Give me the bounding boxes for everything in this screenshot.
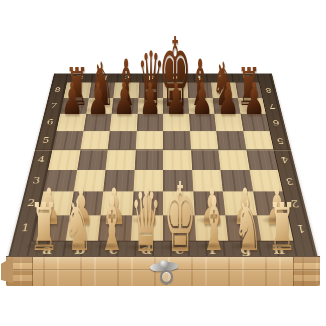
file-label-c: c [115, 74, 139, 83]
square-c2[interactable] [101, 191, 133, 215]
rank-label-5: 5 [270, 131, 291, 150]
square-g7[interactable] [213, 98, 240, 114]
square-a2[interactable] [38, 191, 73, 215]
square-f4[interactable] [191, 150, 221, 170]
square-g2[interactable] [223, 191, 257, 215]
square-d3[interactable] [133, 170, 163, 192]
square-f7[interactable] [188, 98, 215, 114]
rank-label-2: 2 [283, 191, 308, 215]
latch-knob [160, 260, 168, 268]
finger-joint-right [293, 257, 320, 286]
board-squares [33, 82, 294, 240]
square-f8[interactable] [187, 82, 213, 97]
file-label-d: d [139, 74, 163, 83]
square-d4[interactable] [134, 150, 163, 170]
square-d7[interactable] [137, 98, 163, 114]
square-h5[interactable] [243, 131, 274, 150]
fold-seam [35, 149, 291, 151]
square-g5[interactable] [216, 131, 246, 150]
board-scene: 87654321 87654321 abcdefgh abcdefgh [8, 0, 318, 258]
square-b1[interactable] [65, 215, 100, 241]
file-label-b: b [91, 74, 116, 83]
file-labels-top: abcdefgh [67, 74, 259, 83]
file-label-e: e [163, 74, 187, 83]
square-f2[interactable] [193, 191, 225, 215]
square-a4[interactable] [48, 150, 80, 170]
square-c7[interactable] [112, 98, 139, 114]
square-h6[interactable] [240, 114, 269, 131]
square-g8[interactable] [211, 82, 237, 97]
square-e8[interactable] [163, 82, 188, 97]
square-b8[interactable] [89, 82, 115, 97]
box-side-left [1, 257, 13, 283]
square-e5[interactable] [163, 131, 191, 150]
latch-ring [160, 270, 173, 284]
square-d2[interactable] [132, 191, 163, 215]
square-a1[interactable] [33, 215, 70, 241]
square-a6[interactable] [56, 114, 85, 131]
rank-label-8: 8 [259, 82, 278, 97]
square-f5[interactable] [190, 131, 219, 150]
square-c5[interactable] [108, 131, 137, 150]
square-b3[interactable] [73, 170, 105, 192]
square-f1[interactable] [194, 215, 228, 241]
square-e6[interactable] [163, 114, 190, 131]
square-d8[interactable] [138, 82, 163, 97]
square-b7[interactable] [86, 98, 113, 114]
square-f6[interactable] [189, 114, 217, 131]
square-c1[interactable] [98, 215, 132, 241]
chess-board: 87654321 87654321 abcdefgh abcdefgh [8, 74, 318, 258]
square-g3[interactable] [220, 170, 252, 192]
file-label-h: h [234, 74, 259, 83]
square-a8[interactable] [64, 82, 91, 97]
square-h7[interactable] [237, 98, 265, 114]
square-a3[interactable] [43, 170, 76, 192]
rank-label-1: 1 [288, 215, 314, 241]
square-d5[interactable] [135, 131, 163, 150]
rank-label-7: 7 [262, 98, 282, 114]
square-f3[interactable] [192, 170, 223, 192]
square-g6[interactable] [214, 114, 243, 131]
rank-label-6: 6 [266, 114, 286, 131]
square-g4[interactable] [218, 150, 249, 170]
square-b2[interactable] [69, 191, 103, 215]
rank-label-8: 8 [48, 82, 67, 97]
file-label-f: f [187, 74, 211, 83]
square-c4[interactable] [106, 150, 136, 170]
file-label-g: g [210, 74, 235, 83]
square-c6[interactable] [110, 114, 138, 131]
square-h8[interactable] [235, 82, 262, 97]
file-label-a: a [67, 74, 92, 83]
rank-label-4: 4 [274, 150, 296, 170]
square-d6[interactable] [136, 114, 163, 131]
square-e7[interactable] [163, 98, 189, 114]
chess-set-photo: 87654321 87654321 abcdefgh abcdefgh ♜♞♝♛… [0, 0, 326, 326]
square-e4[interactable] [163, 150, 192, 170]
square-e2[interactable] [163, 191, 194, 215]
square-b5[interactable] [80, 131, 110, 150]
square-e3[interactable] [163, 170, 193, 192]
square-c3[interactable] [103, 170, 134, 192]
square-h3[interactable] [249, 170, 282, 192]
square-e1[interactable] [163, 215, 196, 241]
square-h4[interactable] [246, 150, 278, 170]
square-g1[interactable] [225, 215, 260, 241]
square-a5[interactable] [52, 131, 83, 150]
square-b4[interactable] [77, 150, 108, 170]
rank-label-3: 3 [278, 170, 301, 192]
square-a7[interactable] [60, 98, 88, 114]
square-b6[interactable] [83, 114, 112, 131]
square-d1[interactable] [130, 215, 163, 241]
latch-clasp-icon[interactable] [148, 259, 180, 283]
square-c8[interactable] [113, 82, 139, 97]
